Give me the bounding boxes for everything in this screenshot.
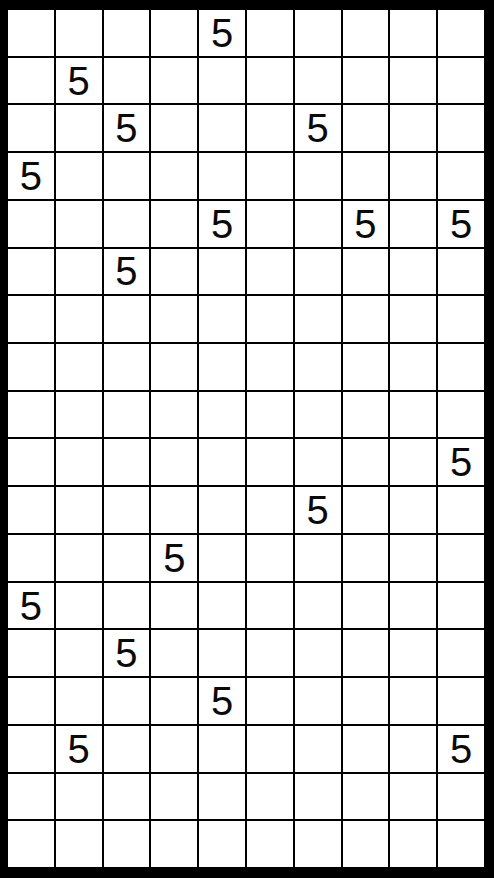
empty-cell-r10c6[interactable] (247, 439, 293, 485)
empty-cell-r14c9[interactable] (390, 630, 436, 676)
empty-cell-r17c8[interactable] (343, 774, 389, 820)
empty-cell-r14c2[interactable] (56, 630, 102, 676)
empty-cell-r15c2[interactable] (56, 678, 102, 724)
empty-cell-r8c6[interactable] (247, 344, 293, 390)
empty-cell-r17c9[interactable] (390, 774, 436, 820)
empty-cell-r1c2[interactable] (56, 10, 102, 56)
empty-cell-r14c7[interactable] (295, 630, 341, 676)
empty-cell-r8c3[interactable] (104, 344, 150, 390)
empty-cell-r9c9[interactable] (390, 392, 436, 438)
empty-cell-r15c1[interactable] (8, 678, 54, 724)
clue-cell-r16c2[interactable]: 5 (56, 726, 102, 772)
empty-cell-r11c8[interactable] (343, 487, 389, 533)
empty-cell-r8c1[interactable] (8, 344, 54, 390)
empty-cell-r15c4[interactable] (151, 678, 197, 724)
empty-cell-r12c9[interactable] (390, 535, 436, 581)
empty-cell-r4c5[interactable] (199, 153, 245, 199)
empty-cell-r9c7[interactable] (295, 392, 341, 438)
clue-cell-r5c8[interactable]: 5 (343, 201, 389, 247)
empty-cell-r18c7[interactable] (295, 821, 341, 867)
empty-cell-r4c7[interactable] (295, 153, 341, 199)
empty-cell-r9c4[interactable] (151, 392, 197, 438)
empty-cell-r6c1[interactable] (8, 249, 54, 295)
empty-cell-r10c5[interactable] (199, 439, 245, 485)
empty-cell-r1c7[interactable] (295, 10, 341, 56)
empty-cell-r12c3[interactable] (104, 535, 150, 581)
empty-cell-r11c9[interactable] (390, 487, 436, 533)
empty-cell-r8c8[interactable] (343, 344, 389, 390)
empty-cell-r13c3[interactable] (104, 583, 150, 629)
empty-cell-r16c8[interactable] (343, 726, 389, 772)
empty-cell-r16c4[interactable] (151, 726, 197, 772)
empty-cell-r15c7[interactable] (295, 678, 341, 724)
empty-cell-r11c6[interactable] (247, 487, 293, 533)
empty-cell-r9c1[interactable] (8, 392, 54, 438)
empty-cell-r14c4[interactable] (151, 630, 197, 676)
empty-cell-r4c8[interactable] (343, 153, 389, 199)
clue-cell-r16c10[interactable]: 5 (438, 726, 484, 772)
empty-cell-r15c6[interactable] (247, 678, 293, 724)
empty-cell-r5c4[interactable] (151, 201, 197, 247)
clue-cell-r13c1[interactable]: 5 (8, 583, 54, 629)
empty-cell-r2c8[interactable] (343, 58, 389, 104)
empty-cell-r9c3[interactable] (104, 392, 150, 438)
empty-cell-r4c4[interactable] (151, 153, 197, 199)
empty-cell-r18c3[interactable] (104, 821, 150, 867)
empty-cell-r7c6[interactable] (247, 296, 293, 342)
empty-cell-r8c5[interactable] (199, 344, 245, 390)
empty-cell-r9c6[interactable] (247, 392, 293, 438)
empty-cell-r16c6[interactable] (247, 726, 293, 772)
empty-cell-r4c2[interactable] (56, 153, 102, 199)
empty-cell-r1c8[interactable] (343, 10, 389, 56)
empty-cell-r16c7[interactable] (295, 726, 341, 772)
empty-cell-r16c9[interactable] (390, 726, 436, 772)
empty-cell-r5c3[interactable] (104, 201, 150, 247)
empty-cell-r6c7[interactable] (295, 249, 341, 295)
empty-cell-r5c7[interactable] (295, 201, 341, 247)
empty-cell-r7c4[interactable] (151, 296, 197, 342)
empty-cell-r6c2[interactable] (56, 249, 102, 295)
empty-cell-r10c4[interactable] (151, 439, 197, 485)
empty-cell-r9c5[interactable] (199, 392, 245, 438)
empty-cell-r14c1[interactable] (8, 630, 54, 676)
empty-cell-r17c6[interactable] (247, 774, 293, 820)
empty-cell-r9c10[interactable] (438, 392, 484, 438)
empty-cell-r7c2[interactable] (56, 296, 102, 342)
empty-cell-r3c9[interactable] (390, 105, 436, 151)
empty-cell-r11c4[interactable] (151, 487, 197, 533)
empty-cell-r7c1[interactable] (8, 296, 54, 342)
empty-cell-r7c9[interactable] (390, 296, 436, 342)
clue-cell-r15c5[interactable]: 5 (199, 678, 245, 724)
empty-cell-r6c6[interactable] (247, 249, 293, 295)
empty-cell-r17c3[interactable] (104, 774, 150, 820)
empty-cell-r1c1[interactable] (8, 10, 54, 56)
empty-cell-r3c2[interactable] (56, 105, 102, 151)
empty-cell-r18c10[interactable] (438, 821, 484, 867)
clue-cell-r14c3[interactable]: 5 (104, 630, 150, 676)
empty-cell-r17c5[interactable] (199, 774, 245, 820)
empty-cell-r8c10[interactable] (438, 344, 484, 390)
empty-cell-r16c3[interactable] (104, 726, 150, 772)
empty-cell-r17c1[interactable] (8, 774, 54, 820)
empty-cell-r18c1[interactable] (8, 821, 54, 867)
empty-cell-r18c9[interactable] (390, 821, 436, 867)
empty-cell-r18c5[interactable] (199, 821, 245, 867)
empty-cell-r15c9[interactable] (390, 678, 436, 724)
empty-cell-r13c7[interactable] (295, 583, 341, 629)
empty-cell-r2c4[interactable] (151, 58, 197, 104)
empty-cell-r16c1[interactable] (8, 726, 54, 772)
empty-cell-r15c3[interactable] (104, 678, 150, 724)
empty-cell-r8c7[interactable] (295, 344, 341, 390)
empty-cell-r6c10[interactable] (438, 249, 484, 295)
empty-cell-r14c10[interactable] (438, 630, 484, 676)
empty-cell-r3c6[interactable] (247, 105, 293, 151)
puzzle-grid: 55555555555555555 (8, 10, 484, 867)
empty-cell-r1c9[interactable] (390, 10, 436, 56)
empty-cell-r13c10[interactable] (438, 583, 484, 629)
empty-cell-r15c8[interactable] (343, 678, 389, 724)
empty-cell-r4c6[interactable] (247, 153, 293, 199)
empty-cell-r2c5[interactable] (199, 58, 245, 104)
empty-cell-r11c2[interactable] (56, 487, 102, 533)
empty-cell-r2c6[interactable] (247, 58, 293, 104)
empty-cell-r1c3[interactable] (104, 10, 150, 56)
empty-cell-r9c2[interactable] (56, 392, 102, 438)
empty-cell-r13c8[interactable] (343, 583, 389, 629)
empty-cell-r10c7[interactable] (295, 439, 341, 485)
puzzle-board-frame: 55555555555555555 (0, 0, 494, 878)
empty-cell-r6c8[interactable] (343, 249, 389, 295)
empty-cell-r10c3[interactable] (104, 439, 150, 485)
empty-cell-r17c2[interactable] (56, 774, 102, 820)
empty-cell-r10c1[interactable] (8, 439, 54, 485)
clue-cell-r4c1[interactable]: 5 (8, 153, 54, 199)
empty-cell-r17c4[interactable] (151, 774, 197, 820)
clue-cell-r2c2[interactable]: 5 (56, 58, 102, 104)
empty-cell-r2c9[interactable] (390, 58, 436, 104)
empty-cell-r2c3[interactable] (104, 58, 150, 104)
empty-cell-r12c5[interactable] (199, 535, 245, 581)
clue-cell-r12c4[interactable]: 5 (151, 535, 197, 581)
empty-cell-r7c3[interactable] (104, 296, 150, 342)
empty-cell-r10c8[interactable] (343, 439, 389, 485)
empty-cell-r18c2[interactable] (56, 821, 102, 867)
empty-cell-r9c8[interactable] (343, 392, 389, 438)
empty-cell-r5c1[interactable] (8, 201, 54, 247)
empty-cell-r12c7[interactable] (295, 535, 341, 581)
empty-cell-r12c1[interactable] (8, 535, 54, 581)
empty-cell-r3c10[interactable] (438, 105, 484, 151)
empty-cell-r3c5[interactable] (199, 105, 245, 151)
empty-cell-r7c10[interactable] (438, 296, 484, 342)
empty-cell-r2c10[interactable] (438, 58, 484, 104)
empty-cell-r1c6[interactable] (247, 10, 293, 56)
clue-cell-r5c5[interactable]: 5 (199, 201, 245, 247)
empty-cell-r7c7[interactable] (295, 296, 341, 342)
empty-cell-r7c8[interactable] (343, 296, 389, 342)
empty-cell-r7c5[interactable] (199, 296, 245, 342)
empty-cell-r3c4[interactable] (151, 105, 197, 151)
empty-cell-r2c1[interactable] (8, 58, 54, 104)
empty-cell-r6c5[interactable] (199, 249, 245, 295)
clue-cell-r10c10[interactable]: 5 (438, 439, 484, 485)
empty-cell-r17c7[interactable] (295, 774, 341, 820)
empty-cell-r3c8[interactable] (343, 105, 389, 151)
clue-cell-r3c3[interactable]: 5 (104, 105, 150, 151)
empty-cell-r11c5[interactable] (199, 487, 245, 533)
empty-cell-r3c1[interactable] (8, 105, 54, 151)
empty-cell-r12c6[interactable] (247, 535, 293, 581)
empty-cell-r6c4[interactable] (151, 249, 197, 295)
clue-cell-r6c3[interactable]: 5 (104, 249, 150, 295)
empty-cell-r11c10[interactable] (438, 487, 484, 533)
empty-cell-r18c8[interactable] (343, 821, 389, 867)
empty-cell-r11c3[interactable] (104, 487, 150, 533)
empty-cell-r12c8[interactable] (343, 535, 389, 581)
empty-cell-r4c10[interactable] (438, 153, 484, 199)
empty-cell-r10c2[interactable] (56, 439, 102, 485)
empty-cell-r5c6[interactable] (247, 201, 293, 247)
empty-cell-r10c9[interactable] (390, 439, 436, 485)
empty-cell-r14c6[interactable] (247, 630, 293, 676)
empty-cell-r4c9[interactable] (390, 153, 436, 199)
empty-cell-r18c6[interactable] (247, 821, 293, 867)
empty-cell-r13c4[interactable] (151, 583, 197, 629)
empty-cell-r8c9[interactable] (390, 344, 436, 390)
clue-cell-r3c7[interactable]: 5 (295, 105, 341, 151)
empty-cell-r1c10[interactable] (438, 10, 484, 56)
empty-cell-r6c9[interactable] (390, 249, 436, 295)
empty-cell-r8c4[interactable] (151, 344, 197, 390)
empty-cell-r12c2[interactable] (56, 535, 102, 581)
empty-cell-r17c10[interactable] (438, 774, 484, 820)
empty-cell-r14c5[interactable] (199, 630, 245, 676)
clue-cell-r1c5[interactable]: 5 (199, 10, 245, 56)
empty-cell-r11c1[interactable] (8, 487, 54, 533)
empty-cell-r18c4[interactable] (151, 821, 197, 867)
empty-cell-r13c9[interactable] (390, 583, 436, 629)
empty-cell-r12c10[interactable] (438, 535, 484, 581)
empty-cell-r8c2[interactable] (56, 344, 102, 390)
empty-cell-r16c5[interactable] (199, 726, 245, 772)
empty-cell-r13c2[interactable] (56, 583, 102, 629)
clue-cell-r5c10[interactable]: 5 (438, 201, 484, 247)
empty-cell-r1c4[interactable] (151, 10, 197, 56)
empty-cell-r5c2[interactable] (56, 201, 102, 247)
empty-cell-r15c10[interactable] (438, 678, 484, 724)
clue-cell-r11c7[interactable]: 5 (295, 487, 341, 533)
empty-cell-r14c8[interactable] (343, 630, 389, 676)
empty-cell-r4c3[interactable] (104, 153, 150, 199)
empty-cell-r5c9[interactable] (390, 201, 436, 247)
empty-cell-r13c6[interactable] (247, 583, 293, 629)
empty-cell-r2c7[interactable] (295, 58, 341, 104)
empty-cell-r13c5[interactable] (199, 583, 245, 629)
